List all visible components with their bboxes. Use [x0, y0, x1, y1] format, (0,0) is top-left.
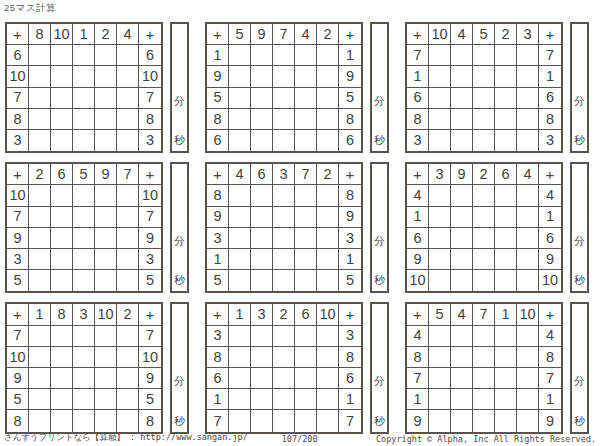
answer-cell [251, 66, 273, 87]
column-header-cell: 3 [73, 304, 95, 325]
row-header-cell-right: 6 [339, 368, 361, 389]
row-header-cell-right: 10 [539, 270, 561, 291]
answer-cell [317, 249, 339, 270]
answer-cell [29, 410, 51, 431]
answer-cell [517, 410, 539, 431]
answer-cell [473, 347, 495, 368]
row-header-cell-right: 7 [339, 410, 361, 431]
row-header-cell-right: 6 [339, 130, 361, 151]
answer-cell [51, 249, 73, 270]
puzzle-row: +810124+661010778833分秒+59742+1199558866分… [5, 22, 589, 153]
row-header-cell: 6 [207, 130, 229, 151]
row-header-cell: 3 [407, 130, 429, 151]
column-header-cell: 9 [95, 164, 117, 185]
calc-grid: +59742+1199558866 [205, 22, 363, 153]
answer-cell [451, 88, 473, 109]
operator-cell: + [339, 164, 361, 185]
answer-cell [517, 185, 539, 206]
column-header-cell: 10 [429, 24, 451, 45]
calc-grid: +104523+7711668833 [405, 22, 563, 153]
column-header-cell: 9 [451, 164, 473, 185]
answer-cell [229, 88, 251, 109]
answer-cell [517, 228, 539, 249]
row-header-cell-right: 10 [139, 347, 161, 368]
column-header-cell: 9 [251, 24, 273, 45]
seconds-label: 秒 [172, 273, 187, 288]
answer-cell [73, 270, 95, 291]
answer-cell [295, 207, 317, 228]
answer-cell [251, 130, 273, 151]
row-header-cell-right: 7 [139, 88, 161, 109]
answer-cell [251, 88, 273, 109]
row-header-cell: 1 [207, 389, 229, 410]
answer-cell [51, 228, 73, 249]
column-header-cell: 10 [317, 304, 339, 325]
row-header-cell: 7 [207, 410, 229, 431]
answer-cell [95, 88, 117, 109]
row-header-cell-right: 9 [339, 66, 361, 87]
answer-cell [429, 347, 451, 368]
minutes-label: 分 [572, 94, 587, 109]
answer-cell [473, 185, 495, 206]
answer-cell [517, 45, 539, 66]
answer-cell [117, 326, 139, 347]
row-header-cell-right: 8 [539, 347, 561, 368]
answer-cell [95, 130, 117, 151]
puzzle-grid-area: +810124+661010778833分秒+59742+1199558866分… [5, 22, 589, 434]
answer-cell [517, 249, 539, 270]
answer-cell [495, 109, 517, 130]
answer-cell [229, 368, 251, 389]
answer-cell [451, 45, 473, 66]
answer-cell [95, 410, 117, 431]
answer-cell [73, 249, 95, 270]
column-header-cell: 4 [451, 24, 473, 45]
answer-cell [29, 88, 51, 109]
row-header-cell-right: 3 [139, 249, 161, 270]
answer-cell [295, 347, 317, 368]
row-header-cell: 3 [207, 228, 229, 249]
answer-cell [473, 326, 495, 347]
row-header-cell: 5 [7, 270, 29, 291]
column-header-cell: 2 [29, 164, 51, 185]
answer-cell [73, 410, 95, 431]
row-header-cell-right: 6 [539, 88, 561, 109]
answer-cell [317, 45, 339, 66]
row-header-cell-right: 8 [339, 109, 361, 130]
answer-cell [51, 347, 73, 368]
answer-cell [273, 347, 295, 368]
column-header-cell: 5 [473, 24, 495, 45]
column-header-cell: 5 [429, 304, 451, 325]
row-header-cell-right: 6 [539, 228, 561, 249]
row-header-cell-right: 3 [139, 130, 161, 151]
answer-cell [229, 270, 251, 291]
row-header-cell: 1 [407, 207, 429, 228]
column-header-cell: 2 [495, 24, 517, 45]
row-header-cell: 4 [407, 185, 429, 206]
column-header-cell: 5 [73, 164, 95, 185]
answer-cell [29, 347, 51, 368]
answer-cell [517, 207, 539, 228]
answer-cell [317, 368, 339, 389]
row-header-cell-right: 1 [339, 45, 361, 66]
answer-cell [95, 270, 117, 291]
answer-cell [29, 130, 51, 151]
row-header-cell-right: 9 [139, 228, 161, 249]
answer-cell [73, 228, 95, 249]
minutes-label: 分 [572, 374, 587, 389]
answer-cell [473, 368, 495, 389]
answer-cell [73, 368, 95, 389]
answer-cell [495, 66, 517, 87]
column-header-cell: 2 [95, 24, 117, 45]
row-header-cell-right: 3 [339, 326, 361, 347]
answer-cell [73, 326, 95, 347]
answer-cell [73, 45, 95, 66]
row-header-cell: 7 [7, 326, 29, 347]
answer-cell [29, 270, 51, 291]
answer-cell [495, 130, 517, 151]
row-header-cell: 9 [7, 368, 29, 389]
answer-cell [273, 185, 295, 206]
puzzle-group: +39264+441166991010分秒 [405, 162, 589, 293]
calc-grid: +132610+3388661177 [205, 302, 363, 433]
operator-cell: + [407, 304, 429, 325]
answer-cell [473, 249, 495, 270]
seconds-label: 秒 [372, 273, 387, 288]
operator-cell: + [539, 304, 561, 325]
answer-cell [317, 88, 339, 109]
footer-copyright: Copyright © Alpha, Inc All Rights Reserv… [376, 434, 596, 444]
answer-cell [95, 326, 117, 347]
puzzle-group: +26597+101077993355分秒 [5, 162, 189, 293]
answer-cell [51, 410, 73, 431]
puzzle-group: +810124+661010778833分秒 [5, 22, 189, 153]
answer-cell [117, 410, 139, 431]
answer-cell [517, 66, 539, 87]
answer-cell [251, 207, 273, 228]
answer-cell [95, 368, 117, 389]
answer-cell [429, 66, 451, 87]
row-header-cell: 9 [407, 410, 429, 431]
row-header-cell-right: 7 [139, 326, 161, 347]
answer-cell [251, 185, 273, 206]
column-header-cell: 8 [51, 304, 73, 325]
answer-cell [429, 326, 451, 347]
row-header-cell-right: 8 [539, 109, 561, 130]
answer-cell [29, 207, 51, 228]
answer-cell [51, 389, 73, 410]
row-header-cell: 1 [407, 389, 429, 410]
answer-cell [29, 249, 51, 270]
answer-cell [51, 368, 73, 389]
row-header-cell-right: 9 [539, 249, 561, 270]
answer-cell [295, 66, 317, 87]
answer-cell [117, 66, 139, 87]
answer-cell [251, 389, 273, 410]
answer-cell [517, 109, 539, 130]
answer-cell [517, 347, 539, 368]
row-header-cell-right: 5 [339, 270, 361, 291]
answer-cell [473, 66, 495, 87]
answer-cell [295, 109, 317, 130]
answer-cell [95, 389, 117, 410]
answer-cell [473, 45, 495, 66]
minutes-label: 分 [372, 234, 387, 249]
answer-cell [117, 130, 139, 151]
column-header-cell: 7 [117, 164, 139, 185]
answer-cell [495, 249, 517, 270]
answer-cell [429, 45, 451, 66]
answer-cell [295, 45, 317, 66]
row-header-cell-right: 10 [139, 185, 161, 206]
row-header-cell-right: 8 [339, 347, 361, 368]
row-header-cell-right: 7 [539, 368, 561, 389]
minutes-label: 分 [372, 94, 387, 109]
answer-cell [317, 389, 339, 410]
column-header-cell: 6 [295, 304, 317, 325]
answer-cell [517, 88, 539, 109]
answer-cell [251, 109, 273, 130]
answer-cell [495, 389, 517, 410]
row-header-cell-right: 8 [139, 410, 161, 431]
operator-cell: + [339, 24, 361, 45]
row-header-cell: 3 [7, 130, 29, 151]
answer-cell [295, 249, 317, 270]
column-header-cell: 3 [251, 304, 273, 325]
answer-cell [295, 185, 317, 206]
row-header-cell: 9 [207, 207, 229, 228]
column-header-cell: 1 [229, 304, 251, 325]
answer-cell [95, 66, 117, 87]
answer-cell [429, 88, 451, 109]
answer-cell [29, 326, 51, 347]
answer-cell [317, 130, 339, 151]
answer-cell [451, 109, 473, 130]
answer-cell [251, 249, 273, 270]
puzzle-group: +104523+7711668833分秒 [405, 22, 589, 153]
row-header-cell: 7 [407, 368, 429, 389]
row-header-cell: 9 [407, 249, 429, 270]
answer-cell [495, 207, 517, 228]
calc-grid: +39264+441166991010 [405, 162, 563, 293]
answer-cell [495, 228, 517, 249]
answer-cell [117, 368, 139, 389]
answer-cell [51, 109, 73, 130]
answer-cell [317, 66, 339, 87]
calc-grid: +46372+8899331155 [205, 162, 363, 293]
answer-cell [495, 326, 517, 347]
row-header-cell-right: 3 [339, 228, 361, 249]
answer-cell [273, 130, 295, 151]
timer-box: 分秒 [170, 22, 189, 153]
row-header-cell: 6 [407, 88, 429, 109]
answer-cell [273, 389, 295, 410]
answer-cell [273, 326, 295, 347]
puzzle-group: +132610+3388661177分秒 [205, 302, 389, 433]
column-header-cell: 10 [95, 304, 117, 325]
row-header-cell: 10 [7, 347, 29, 368]
answer-cell [117, 45, 139, 66]
answer-cell [295, 270, 317, 291]
answer-cell [229, 109, 251, 130]
answer-cell [295, 368, 317, 389]
answer-cell [495, 88, 517, 109]
column-header-cell: 4 [517, 164, 539, 185]
answer-cell [229, 207, 251, 228]
answer-cell [317, 207, 339, 228]
answer-cell [451, 130, 473, 151]
answer-cell [95, 207, 117, 228]
answer-cell [473, 88, 495, 109]
answer-cell [73, 109, 95, 130]
row-header-cell: 1 [207, 45, 229, 66]
answer-cell [317, 326, 339, 347]
answer-cell [429, 130, 451, 151]
answer-cell [117, 249, 139, 270]
answer-cell [495, 368, 517, 389]
minutes-label: 分 [172, 374, 187, 389]
worksheet-page: 25マス計算 +810124+661010778833分秒+59742+1199… [0, 0, 600, 446]
answer-cell [29, 45, 51, 66]
puzzle-row: +26597+101077993355分秒+46372+8899331155分秒… [5, 162, 589, 293]
seconds-label: 秒 [572, 273, 587, 288]
row-header-cell-right: 1 [339, 389, 361, 410]
answer-cell [117, 185, 139, 206]
answer-cell [95, 249, 117, 270]
answer-cell [51, 130, 73, 151]
answer-cell [495, 45, 517, 66]
answer-cell [429, 228, 451, 249]
answer-cell [251, 347, 273, 368]
answer-cell [495, 185, 517, 206]
answer-cell [317, 347, 339, 368]
answer-cell [51, 207, 73, 228]
puzzle-group: +183102+771010995588分秒 [5, 302, 189, 433]
operator-cell: + [407, 164, 429, 185]
answer-cell [251, 410, 273, 431]
row-header-cell-right: 5 [339, 88, 361, 109]
answer-cell [51, 326, 73, 347]
row-header-cell: 8 [207, 185, 229, 206]
column-header-cell: 2 [473, 164, 495, 185]
answer-cell [317, 185, 339, 206]
row-header-cell: 6 [207, 368, 229, 389]
answer-cell [473, 270, 495, 291]
column-header-cell: 3 [517, 24, 539, 45]
answer-cell [473, 130, 495, 151]
timer-box: 分秒 [370, 22, 389, 153]
row-header-cell-right: 7 [539, 45, 561, 66]
answer-cell [229, 389, 251, 410]
answer-cell [51, 66, 73, 87]
row-header-cell: 3 [207, 326, 229, 347]
operator-cell: + [139, 304, 161, 325]
answer-cell [295, 130, 317, 151]
answer-cell [451, 207, 473, 228]
answer-cell [517, 368, 539, 389]
column-header-cell: 2 [317, 24, 339, 45]
row-header-cell: 10 [7, 185, 29, 206]
column-header-cell: 4 [117, 24, 139, 45]
row-header-cell: 1 [207, 249, 229, 270]
answer-cell [229, 326, 251, 347]
answer-cell [473, 389, 495, 410]
answer-cell [517, 326, 539, 347]
answer-cell [229, 66, 251, 87]
row-header-cell: 5 [207, 270, 229, 291]
column-header-cell: 2 [317, 164, 339, 185]
answer-cell [495, 410, 517, 431]
row-header-cell: 1 [407, 66, 429, 87]
operator-cell: + [539, 164, 561, 185]
answer-cell [117, 347, 139, 368]
puzzle-group: +547110+4488771199分秒 [405, 302, 589, 433]
answer-cell [251, 270, 273, 291]
answer-cell [429, 389, 451, 410]
answer-cell [229, 185, 251, 206]
puzzle-row: +183102+771010995588分秒+132610+3388661177… [5, 302, 589, 433]
answer-cell [29, 66, 51, 87]
answer-cell [495, 347, 517, 368]
answer-cell [73, 88, 95, 109]
row-header-cell-right: 4 [539, 326, 561, 347]
row-header-cell: 10 [407, 270, 429, 291]
seconds-label: 秒 [372, 414, 387, 429]
answer-cell [117, 389, 139, 410]
answer-cell [73, 389, 95, 410]
timer-box: 分秒 [570, 302, 589, 433]
answer-cell [429, 410, 451, 431]
answer-cell [95, 185, 117, 206]
answer-cell [473, 207, 495, 228]
column-header-cell: 4 [295, 24, 317, 45]
row-header-cell: 8 [407, 347, 429, 368]
answer-cell [73, 347, 95, 368]
column-header-cell: 2 [117, 304, 139, 325]
answer-cell [73, 185, 95, 206]
answer-cell [451, 347, 473, 368]
answer-cell [317, 109, 339, 130]
answer-cell [451, 66, 473, 87]
row-header-cell-right: 9 [139, 368, 161, 389]
answer-cell [95, 45, 117, 66]
row-header-cell: 5 [207, 88, 229, 109]
answer-cell [429, 368, 451, 389]
timer-box: 分秒 [170, 302, 189, 433]
answer-cell [273, 270, 295, 291]
row-header-cell-right: 1 [539, 66, 561, 87]
row-header-cell: 8 [207, 109, 229, 130]
answer-cell [229, 130, 251, 151]
answer-cell [429, 109, 451, 130]
column-header-cell: 10 [51, 24, 73, 45]
row-header-cell-right: 1 [339, 249, 361, 270]
operator-cell: + [139, 24, 161, 45]
puzzle-group: +46372+8899331155分秒 [205, 162, 389, 293]
answer-cell [273, 45, 295, 66]
row-header-cell-right: 6 [139, 45, 161, 66]
answer-cell [51, 185, 73, 206]
row-header-cell: 10 [7, 66, 29, 87]
answer-cell [273, 368, 295, 389]
answer-cell [317, 410, 339, 431]
answer-cell [317, 228, 339, 249]
column-header-cell: 8 [29, 24, 51, 45]
column-header-cell: 5 [229, 24, 251, 45]
operator-cell: + [139, 164, 161, 185]
